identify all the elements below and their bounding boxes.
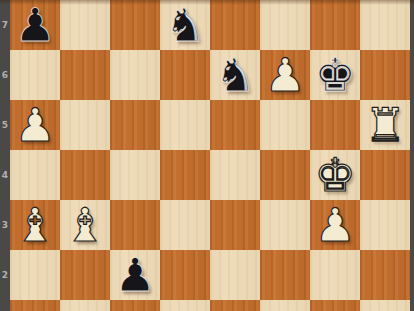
square-a6 xyxy=(10,50,60,100)
square-c3 xyxy=(110,200,160,250)
square-e3 xyxy=(210,200,260,250)
square-g3: ♟ xyxy=(310,200,360,250)
rank-label-6: 6 xyxy=(0,50,10,100)
square-h6 xyxy=(360,50,410,100)
square-f4 xyxy=(260,150,310,200)
black-knight-d7: ♞ xyxy=(160,0,210,50)
rank-label-2: 2 xyxy=(0,250,10,300)
square-b3: ♝ xyxy=(60,200,110,250)
square-g2 xyxy=(310,250,360,300)
square-c6 xyxy=(110,50,160,100)
square-c7 xyxy=(110,0,160,50)
square-d2 xyxy=(160,250,210,300)
square-g4: ♚ xyxy=(310,150,360,200)
square-e6: ♞ xyxy=(210,50,260,100)
square-b6 xyxy=(60,50,110,100)
white-bishop-b3: ♝ xyxy=(60,200,110,250)
square-a7: ♟ xyxy=(10,0,60,50)
square-d6 xyxy=(160,50,210,100)
square-g5 xyxy=(310,100,360,150)
square-f6: ♟ xyxy=(260,50,310,100)
square-e7 xyxy=(210,0,260,50)
square-a3: ♝ xyxy=(10,200,60,250)
black-pawn-c2: ♟ xyxy=(110,250,160,300)
square-e2 xyxy=(210,250,260,300)
square-a4 xyxy=(10,150,60,200)
square-d3 xyxy=(160,200,210,250)
square-f2 xyxy=(260,250,310,300)
square-g6: ♚ xyxy=(310,50,360,100)
chess-diagram: ♟♞♞♟♚♟♜♚♝♝♟♟ 765432 xyxy=(0,0,414,311)
square-f3 xyxy=(260,200,310,250)
square-c5 xyxy=(110,100,160,150)
square-b7 xyxy=(60,0,110,50)
square-h5: ♜ xyxy=(360,100,410,150)
square-f7 xyxy=(260,0,310,50)
square-f1 xyxy=(260,300,310,311)
square-f5 xyxy=(260,100,310,150)
white-pawn-g3: ♟ xyxy=(310,200,360,250)
square-d7: ♞ xyxy=(160,0,210,50)
black-pawn-a7: ♟ xyxy=(10,0,60,50)
square-a1 xyxy=(10,300,60,311)
rank-label-5: 5 xyxy=(0,100,10,150)
black-king-g6: ♚ xyxy=(310,50,360,100)
white-bishop-a3: ♝ xyxy=(10,200,60,250)
square-g7 xyxy=(310,0,360,50)
chess-board: ♟♞♞♟♚♟♜♚♝♝♟♟ xyxy=(10,0,410,311)
square-c4 xyxy=(110,150,160,200)
square-b1 xyxy=(60,300,110,311)
white-pawn-a5: ♟ xyxy=(10,100,60,150)
square-b2 xyxy=(60,250,110,300)
square-e5 xyxy=(210,100,260,150)
square-d1 xyxy=(160,300,210,311)
square-a5: ♟ xyxy=(10,100,60,150)
white-king-g4: ♚ xyxy=(310,150,360,200)
white-rook-h5: ♜ xyxy=(360,100,410,150)
rank-label-4: 4 xyxy=(0,150,10,200)
square-e4 xyxy=(210,150,260,200)
rank-labels-gutter: 765432 xyxy=(0,0,10,311)
square-a2 xyxy=(10,250,60,300)
right-border xyxy=(410,0,414,311)
square-d4 xyxy=(160,150,210,200)
square-h1 xyxy=(360,300,410,311)
square-b5 xyxy=(60,100,110,150)
square-h2 xyxy=(360,250,410,300)
square-g1 xyxy=(310,300,360,311)
square-d5 xyxy=(160,100,210,150)
black-knight-e6: ♞ xyxy=(210,50,260,100)
square-h7 xyxy=(360,0,410,50)
square-c2: ♟ xyxy=(110,250,160,300)
white-pawn-f6: ♟ xyxy=(260,50,310,100)
rank-label-3: 3 xyxy=(0,200,10,250)
square-h4 xyxy=(360,150,410,200)
square-b4 xyxy=(60,150,110,200)
square-e1 xyxy=(210,300,260,311)
rank-label-7: 7 xyxy=(0,0,10,50)
square-h3 xyxy=(360,200,410,250)
